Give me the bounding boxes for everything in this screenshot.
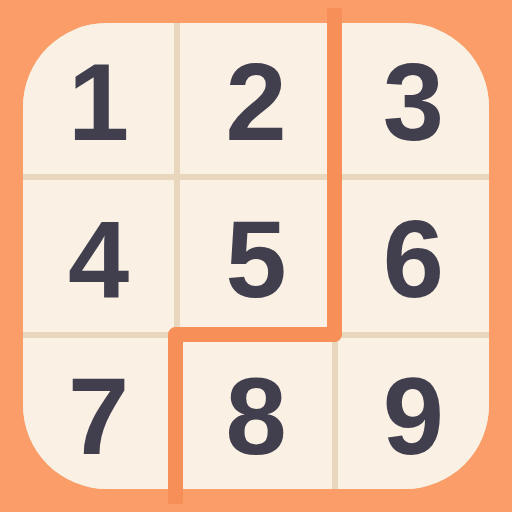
tile-9[interactable]: 9 [338,338,489,489]
tile-2[interactable]: 2 [180,23,331,174]
tile-8-label: 8 [225,361,286,471]
tile-9-label: 9 [383,361,444,471]
tile-1-label: 1 [68,47,129,157]
tile-6-label: 6 [383,204,444,314]
tile-3[interactable]: 3 [338,23,489,174]
tile-2-label: 2 [225,47,286,157]
number-puzzle-app-icon: 1 2 3 4 5 6 7 8 9 [0,0,512,512]
tile-7-label: 7 [68,361,129,471]
tile-5-label: 5 [225,204,286,314]
tile-7[interactable]: 7 [23,338,174,489]
tile-6[interactable]: 6 [338,180,489,331]
tile-5[interactable]: 5 [180,180,331,331]
tile-1[interactable]: 1 [23,23,174,174]
tile-8[interactable]: 8 [180,338,331,489]
tile-3-label: 3 [383,47,444,157]
tile-4[interactable]: 4 [23,180,174,331]
tile-4-label: 4 [68,204,129,314]
puzzle-board: 1 2 3 4 5 6 7 8 9 [23,23,489,489]
